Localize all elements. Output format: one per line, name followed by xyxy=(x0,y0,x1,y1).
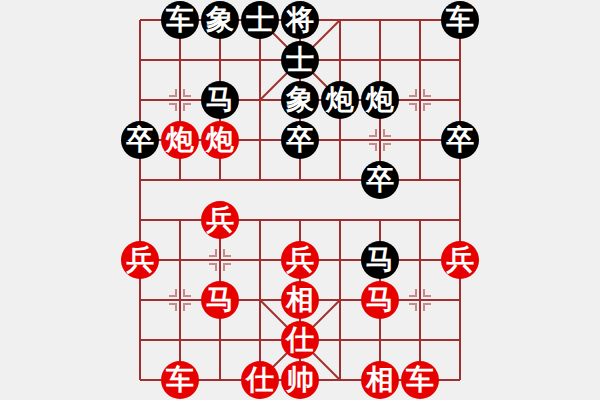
piece-red-advisor[interactable]: 仕 xyxy=(241,361,279,399)
piece-black-advisor[interactable]: 士 xyxy=(281,41,319,79)
piece-black-pawn[interactable]: 卒 xyxy=(281,121,319,159)
piece-black-elephant[interactable]: 象 xyxy=(281,81,319,119)
piece-black-advisor[interactable]: 士 xyxy=(241,1,279,39)
piece-red-pawn[interactable]: 兵 xyxy=(441,241,479,279)
piece-red-horse[interactable]: 马 xyxy=(361,281,399,319)
piece-red-cannon[interactable]: 炮 xyxy=(201,121,239,159)
piece-black-rook[interactable]: 车 xyxy=(161,1,199,39)
piece-red-elephant[interactable]: 相 xyxy=(361,361,399,399)
piece-black-horse[interactable]: 马 xyxy=(201,81,239,119)
piece-red-cannon[interactable]: 炮 xyxy=(161,121,199,159)
piece-red-advisor[interactable]: 仕 xyxy=(281,321,319,359)
piece-red-pawn[interactable]: 兵 xyxy=(281,241,319,279)
piece-red-general[interactable]: 帅 xyxy=(281,361,319,399)
xiangqi-grid: 车象士将车士马象炮炮卒炮炮卒卒卒兵兵兵马兵马相马仕车仕帅相车 xyxy=(120,0,480,400)
piece-red-pawn[interactable]: 兵 xyxy=(201,201,239,239)
piece-red-rook[interactable]: 车 xyxy=(161,361,199,399)
piece-black-cannon[interactable]: 炮 xyxy=(361,81,399,119)
piece-black-elephant[interactable]: 象 xyxy=(201,1,239,39)
piece-black-general[interactable]: 将 xyxy=(281,1,319,39)
piece-black-rook[interactable]: 车 xyxy=(441,1,479,39)
piece-black-pawn[interactable]: 卒 xyxy=(441,121,479,159)
piece-black-pawn[interactable]: 卒 xyxy=(361,161,399,199)
piece-red-rook[interactable]: 车 xyxy=(401,361,439,399)
piece-black-horse[interactable]: 马 xyxy=(361,241,399,279)
piece-red-elephant[interactable]: 相 xyxy=(281,281,319,319)
piece-red-horse[interactable]: 马 xyxy=(201,281,239,319)
piece-black-pawn[interactable]: 卒 xyxy=(121,121,159,159)
piece-red-pawn[interactable]: 兵 xyxy=(121,241,159,279)
piece-black-cannon[interactable]: 炮 xyxy=(321,81,359,119)
xiangqi-diagram: 车象士将车士马象炮炮卒炮炮卒卒卒兵兵兵马兵马相马仕车仕帅相车 xyxy=(0,0,600,400)
